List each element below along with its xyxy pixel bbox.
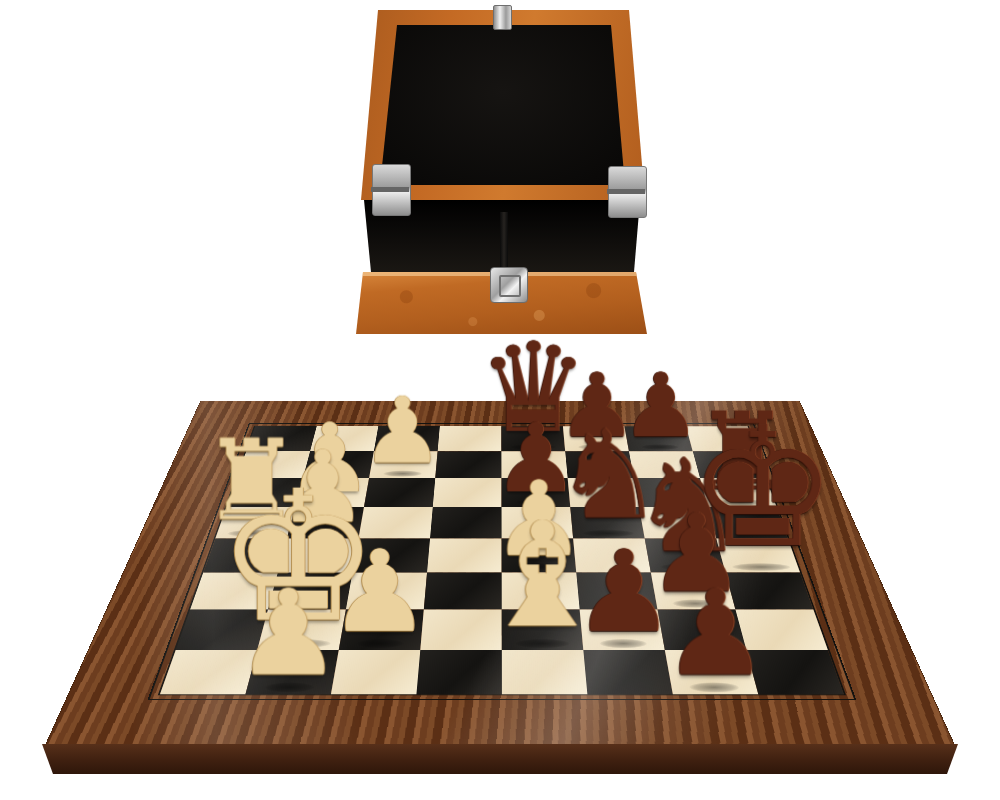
box-hinge-right	[608, 166, 647, 218]
box-divider	[500, 212, 508, 272]
box-hinge-left	[372, 164, 411, 216]
square-f2: ♟	[580, 609, 665, 649]
square-d1	[416, 650, 501, 694]
square-c7: ♟	[369, 451, 438, 478]
black-pawn-g1: ♟	[662, 574, 768, 693]
box-lid-latch-keeper	[493, 5, 512, 30]
box-clasp	[490, 267, 528, 303]
square-g1: ♟	[665, 650, 758, 694]
square-e2: ♝	[502, 609, 584, 649]
square-e1	[502, 650, 588, 694]
square-f1	[583, 650, 673, 694]
black-pawn-f2: ♟	[573, 535, 674, 648]
white-pawn-c2: ♟	[329, 535, 430, 648]
product-photo-chess-set: ♟♝♝♟♟♞♝♛ ♛♟♟♟♟♟♜♜♟♞♟♞♚♟♚♟♝♟♟♟	[0, 0, 1000, 800]
board-near-edge	[42, 744, 958, 774]
chess-box	[352, 4, 654, 334]
board-border: ♛♟♟♟♟♟♜♜♟♞♟♞♚♟♚♟♝♟♟♟	[45, 401, 955, 745]
board-field: ♛♟♟♟♟♟♜♜♟♞♟♞♚♟♚♟♝♟♟♟	[158, 426, 846, 696]
white-pawn-b1: ♟	[235, 574, 341, 693]
square-b1: ♟	[245, 650, 338, 694]
square-c1	[331, 650, 420, 694]
chessboard-3d: ♛♟♟♟♟♟♜♜♟♞♟♞♚♟♚♟♝♟♟♟	[45, 401, 955, 745]
square-c2: ♟	[339, 609, 424, 649]
